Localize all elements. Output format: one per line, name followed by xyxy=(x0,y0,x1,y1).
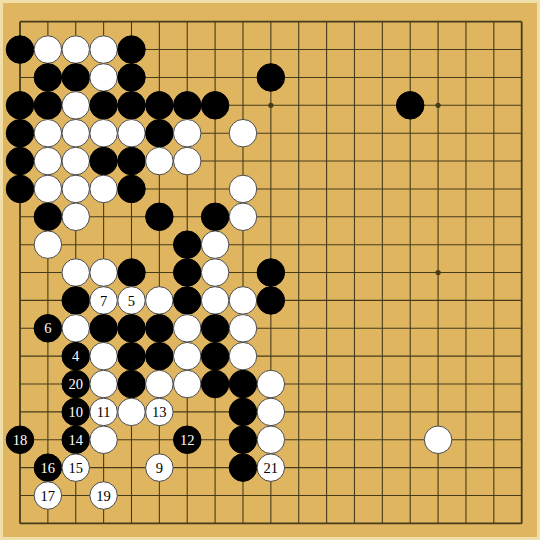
white-stone xyxy=(34,147,62,175)
white-stone-move-5: 5 xyxy=(118,287,146,315)
white-stone xyxy=(118,119,146,147)
black-stone xyxy=(201,203,229,231)
black-stone xyxy=(118,315,146,343)
white-stone xyxy=(173,147,201,175)
white-stone xyxy=(146,287,174,315)
black-stone xyxy=(173,231,201,259)
white-stone xyxy=(173,315,201,343)
white-stone xyxy=(257,370,285,398)
black-stone xyxy=(146,92,174,120)
move-number-label: 6 xyxy=(44,320,51,336)
black-stone xyxy=(90,315,118,343)
white-stone xyxy=(229,175,257,203)
white-stone xyxy=(62,147,90,175)
white-stone xyxy=(62,119,90,147)
white-stone-move-21: 21 xyxy=(257,454,285,482)
move-number-label: 7 xyxy=(100,293,107,309)
white-stone xyxy=(229,287,257,315)
white-stone xyxy=(34,36,62,64)
white-stone xyxy=(90,342,118,370)
black-stone xyxy=(118,36,146,64)
star-point xyxy=(435,103,440,108)
black-stone xyxy=(62,287,90,315)
move-number-label: 16 xyxy=(41,460,56,476)
black-stone xyxy=(118,342,146,370)
black-stone xyxy=(118,259,146,287)
white-stone xyxy=(90,36,118,64)
white-stone xyxy=(34,175,62,203)
white-stone xyxy=(62,92,90,120)
black-stone xyxy=(118,175,146,203)
black-stone xyxy=(90,147,118,175)
white-stone xyxy=(257,398,285,426)
move-number-label: 19 xyxy=(96,488,111,504)
black-stone-move-20: 20 xyxy=(62,370,90,398)
white-stone xyxy=(90,370,118,398)
black-stone-move-18: 18 xyxy=(6,426,34,454)
black-stone-move-16: 16 xyxy=(34,454,62,482)
black-stone xyxy=(229,426,257,454)
white-stone-move-9: 9 xyxy=(146,454,174,482)
white-stone xyxy=(201,231,229,259)
black-stone xyxy=(257,64,285,92)
white-stone xyxy=(34,231,62,259)
black-stone xyxy=(6,147,34,175)
white-stone xyxy=(34,119,62,147)
black-stone xyxy=(6,119,34,147)
black-stone xyxy=(396,92,424,120)
black-stone xyxy=(34,92,62,120)
white-stone xyxy=(146,370,174,398)
move-number-label: 9 xyxy=(156,460,163,476)
black-stone xyxy=(229,370,257,398)
black-stone xyxy=(34,203,62,231)
black-stone xyxy=(173,287,201,315)
black-stone xyxy=(146,203,174,231)
white-stone xyxy=(62,36,90,64)
white-stone xyxy=(62,175,90,203)
move-number-label: 13 xyxy=(152,404,167,420)
black-stone xyxy=(173,259,201,287)
black-stone xyxy=(146,119,174,147)
black-stone-move-12: 12 xyxy=(173,426,201,454)
black-stone xyxy=(146,315,174,343)
white-stone xyxy=(424,426,452,454)
black-stone xyxy=(118,370,146,398)
white-stone xyxy=(90,426,118,454)
black-stone xyxy=(6,175,34,203)
white-stone-move-11: 11 xyxy=(90,398,118,426)
white-stone xyxy=(90,119,118,147)
white-stone xyxy=(229,119,257,147)
white-stone xyxy=(201,287,229,315)
black-stone xyxy=(257,259,285,287)
black-stone xyxy=(118,147,146,175)
move-number-label: 21 xyxy=(264,460,279,476)
black-stone-move-6: 6 xyxy=(34,315,62,343)
black-stone xyxy=(201,370,229,398)
move-number-label: 18 xyxy=(13,432,28,448)
black-stone-move-10: 10 xyxy=(62,398,90,426)
white-stone xyxy=(173,342,201,370)
move-number-label: 15 xyxy=(68,460,83,476)
black-stone xyxy=(257,287,285,315)
black-stone-move-14: 14 xyxy=(62,426,90,454)
move-number-label: 12 xyxy=(180,432,195,448)
move-number-label: 11 xyxy=(97,404,111,420)
white-stone xyxy=(257,426,285,454)
white-stone xyxy=(62,203,90,231)
white-stone xyxy=(62,315,90,343)
white-stone xyxy=(173,370,201,398)
black-stone xyxy=(118,64,146,92)
go-board[interactable]: 75642010111318141216159211719 xyxy=(0,0,540,540)
move-number-label: 5 xyxy=(128,293,135,309)
move-number-label: 4 xyxy=(72,348,80,364)
white-stone xyxy=(229,203,257,231)
black-stone xyxy=(6,92,34,120)
white-stone xyxy=(62,259,90,287)
black-stone-move-4: 4 xyxy=(62,342,90,370)
white-stone xyxy=(173,119,201,147)
black-stone xyxy=(173,92,201,120)
white-stone-move-19: 19 xyxy=(90,482,118,510)
move-number-label: 10 xyxy=(68,404,83,420)
move-number-label: 17 xyxy=(41,488,56,504)
black-stone xyxy=(146,342,174,370)
black-stone xyxy=(201,92,229,120)
black-stone xyxy=(118,92,146,120)
white-stone xyxy=(90,64,118,92)
white-stone-move-15: 15 xyxy=(62,454,90,482)
white-stone-move-7: 7 xyxy=(90,287,118,315)
white-stone xyxy=(201,259,229,287)
white-stone xyxy=(90,175,118,203)
black-stone xyxy=(229,398,257,426)
black-stone xyxy=(229,454,257,482)
move-number-label: 20 xyxy=(68,376,83,392)
white-stone xyxy=(229,342,257,370)
black-stone xyxy=(201,342,229,370)
white-stone xyxy=(118,398,146,426)
go-board-diagram: 75642010111318141216159211719 xyxy=(0,0,540,540)
white-stone-move-17: 17 xyxy=(34,482,62,510)
black-stone xyxy=(6,36,34,64)
black-stone xyxy=(201,315,229,343)
star-point xyxy=(268,103,273,108)
black-stone xyxy=(62,64,90,92)
black-stone xyxy=(34,64,62,92)
star-point xyxy=(435,270,440,275)
black-stone xyxy=(90,92,118,120)
move-number-label: 14 xyxy=(68,432,83,448)
white-stone xyxy=(229,315,257,343)
white-stone xyxy=(90,259,118,287)
white-stone xyxy=(146,147,174,175)
white-stone-move-13: 13 xyxy=(146,398,174,426)
